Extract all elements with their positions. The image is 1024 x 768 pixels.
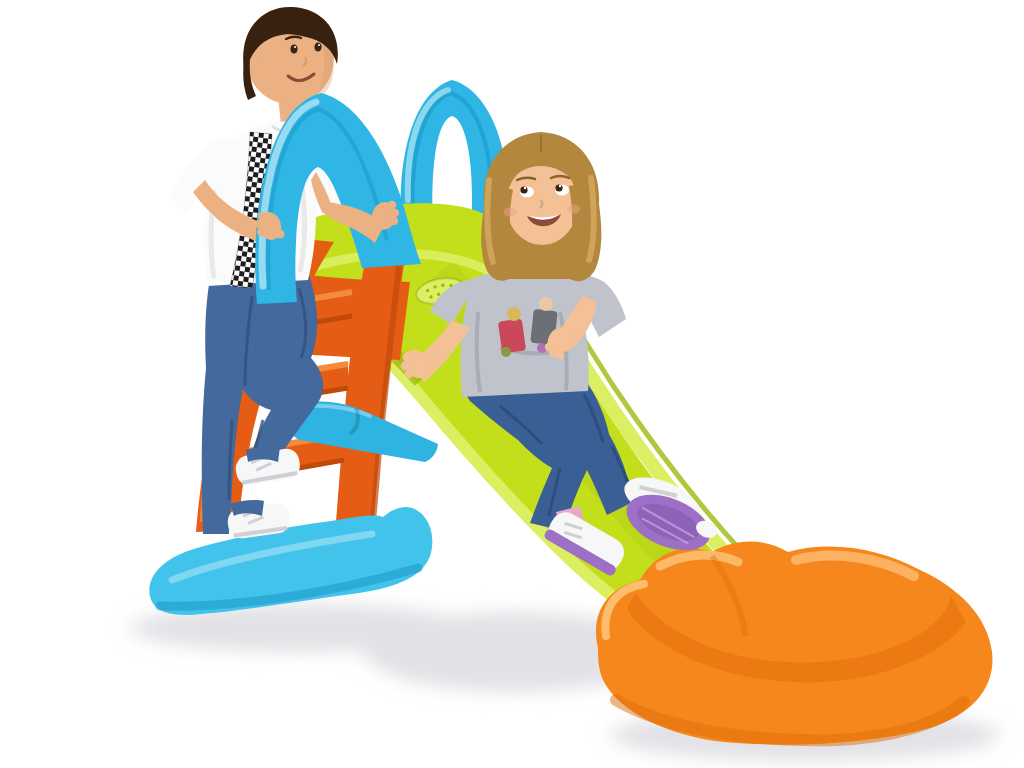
finger (401, 362, 410, 371)
finger (556, 351, 564, 359)
thumb (423, 351, 433, 361)
thumb (276, 230, 285, 239)
slide-product-photo (0, 0, 1024, 768)
print-dot (501, 347, 511, 357)
print-head (507, 307, 521, 321)
finger (257, 228, 265, 236)
finger (255, 220, 263, 228)
eye-glint (318, 44, 320, 46)
finger (390, 217, 398, 225)
boy-eye (290, 44, 297, 53)
finger (403, 353, 412, 362)
boy-eye (314, 42, 321, 51)
finger (258, 212, 266, 220)
eye-glint (559, 185, 561, 187)
finger (391, 209, 399, 217)
print-head (539, 297, 553, 311)
girl-blush (568, 205, 581, 214)
print-figure (498, 318, 526, 353)
product-photo-stage (0, 0, 1024, 768)
eye-glint (524, 187, 526, 189)
girl-blush (504, 208, 517, 217)
finger (388, 201, 396, 209)
finger (405, 370, 414, 379)
eye-glint (294, 46, 296, 48)
